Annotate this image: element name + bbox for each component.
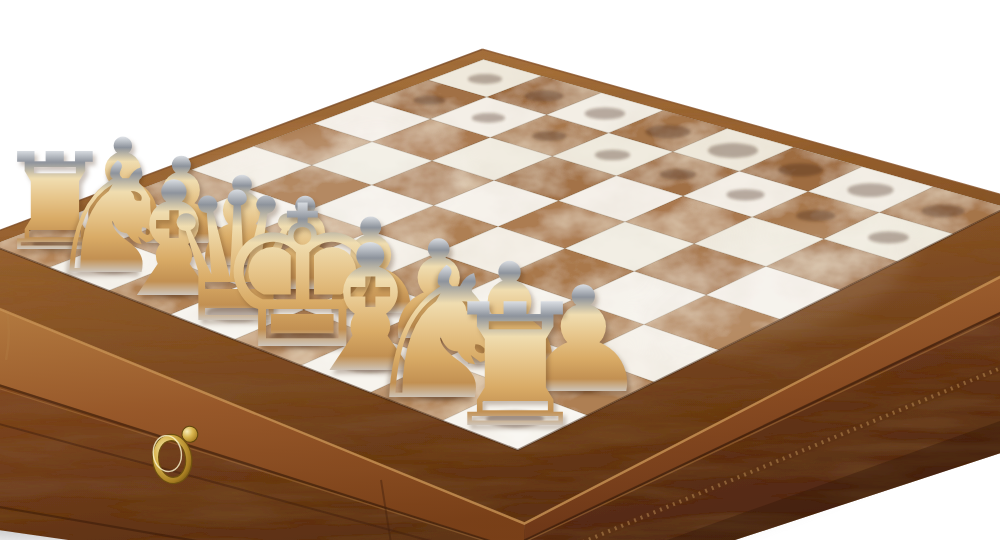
piece-white-rook-h1[interactable]: ♜ (439, 282, 591, 452)
pieces-layer: ♜♞♟♝♟♛♟♚♟♝♟♞♟♜♟♟♟♟♜♟♞♟♝♟♛♟♚♟♝♟♞♜ (0, 0, 1000, 540)
chess-set-photo: ♜♞♟♝♟♛♟♚♟♝♟♞♟♜♟♟♟♟♜♟♞♟♝♟♛♟♚♟♝♟♞♜ (0, 0, 1000, 540)
piece-black-pawn-h7[interactable]: ♟ (835, 141, 942, 260)
